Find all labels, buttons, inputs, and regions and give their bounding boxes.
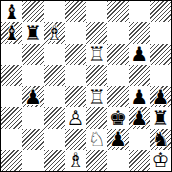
square-e1[interactable] [86,150,107,171]
piece-white-rook: ♜♖ [86,44,107,65]
square-c5[interactable] [44,65,65,86]
piece-black-rook: ♜♜ [150,107,171,128]
square-d6[interactable] [65,44,86,65]
square-b1[interactable] [22,150,43,171]
square-e8[interactable] [86,1,107,22]
piece-black-pawn: ♟♟ [129,86,150,107]
square-a5[interactable] [1,65,22,86]
square-d3[interactable]: ♟♙ [65,107,86,128]
piece-glyph: ♖ [88,87,106,107]
square-f1[interactable] [107,150,128,171]
square-f3[interactable]: ♚♚ [107,107,128,128]
square-f8[interactable] [107,1,128,22]
square-g7[interactable] [129,22,150,43]
piece-black-bishop: ♝♝ [1,1,22,22]
square-d4[interactable] [65,86,86,107]
square-h2[interactable]: ♞♞ [150,129,171,150]
square-g2[interactable] [129,129,150,150]
piece-white-rook: ♜♖ [86,86,107,107]
square-c8[interactable] [44,1,65,22]
square-c3[interactable] [44,107,65,128]
piece-white-bishop: ♝♗ [44,22,65,43]
square-a1[interactable] [1,150,22,171]
square-b4[interactable]: ♟♟ [22,86,43,107]
piece-glyph: ♔ [151,150,169,170]
square-f5[interactable] [107,65,128,86]
square-f6[interactable] [107,44,128,65]
piece-glyph: ♚ [109,108,127,128]
square-g3[interactable]: ♟♟ [129,107,150,128]
square-f7[interactable] [107,22,128,43]
piece-glyph: ♝ [3,2,21,22]
square-d8[interactable] [65,1,86,22]
piece-black-bishop: ♝♝ [1,22,22,43]
square-c1[interactable] [44,150,65,171]
piece-glyph: ♖ [88,44,106,64]
square-e4[interactable]: ♜♖ [86,86,107,107]
square-d1[interactable]: ♝♗ [65,150,86,171]
square-b3[interactable] [22,107,43,128]
piece-black-pawn: ♟♟ [129,44,150,65]
square-d2[interactable] [65,129,86,150]
square-b8[interactable] [22,1,43,22]
piece-glyph: ♟ [151,87,169,107]
square-g6[interactable]: ♟♟ [129,44,150,65]
piece-black-pawn: ♟♟ [129,107,150,128]
piece-white-knight: ♞♘ [86,129,107,150]
square-h7[interactable] [150,22,171,43]
chess-diagram: ♝♝♝♝♜♜♝♗♜♖♟♟♟♟♜♖♟♟♟♟♟♙♚♚♟♟♜♜♞♘♟♟♞♞♝♗♚♔ [0,0,172,172]
square-c2[interactable] [44,129,65,150]
square-e6[interactable]: ♜♖ [86,44,107,65]
square-g1[interactable] [129,150,150,171]
piece-glyph: ♟ [130,87,148,107]
square-c6[interactable] [44,44,65,65]
square-g4[interactable]: ♟♟ [129,86,150,107]
square-g5[interactable] [129,65,150,86]
square-c4[interactable] [44,86,65,107]
square-e3[interactable] [86,107,107,128]
square-h5[interactable] [150,65,171,86]
piece-glyph: ♜ [151,108,169,128]
square-h4[interactable]: ♟♟ [150,86,171,107]
piece-white-bishop: ♝♗ [65,150,86,171]
piece-black-king: ♚♚ [107,107,128,128]
chess-board: ♝♝♝♝♜♜♝♗♜♖♟♟♟♟♜♖♟♟♟♟♟♙♚♚♟♟♜♜♞♘♟♟♞♞♝♗♚♔ [0,0,172,172]
piece-glyph: ♗ [45,23,63,43]
square-h1[interactable]: ♚♔ [150,150,171,171]
square-h6[interactable] [150,44,171,65]
piece-glyph: ♜ [24,23,42,43]
square-b5[interactable] [22,65,43,86]
square-d5[interactable] [65,65,86,86]
piece-glyph: ♟ [130,44,148,64]
piece-glyph: ♟ [109,129,127,149]
square-b6[interactable] [22,44,43,65]
square-a2[interactable] [1,129,22,150]
square-a7[interactable]: ♝♝ [1,22,22,43]
square-g8[interactable] [129,1,150,22]
piece-black-pawn: ♟♟ [107,129,128,150]
piece-glyph: ♟ [130,108,148,128]
square-a8[interactable]: ♝♝ [1,1,22,22]
piece-black-pawn: ♟♟ [22,86,43,107]
piece-black-pawn: ♟♟ [150,86,171,107]
square-e2[interactable]: ♞♘ [86,129,107,150]
square-c7[interactable]: ♝♗ [44,22,65,43]
square-b7[interactable]: ♜♜ [22,22,43,43]
piece-white-pawn: ♟♙ [65,107,86,128]
square-b2[interactable] [22,129,43,150]
square-a4[interactable] [1,86,22,107]
square-d7[interactable] [65,22,86,43]
square-a6[interactable] [1,44,22,65]
square-f4[interactable] [107,86,128,107]
piece-glyph: ♙ [66,108,84,128]
piece-glyph: ♘ [88,129,106,149]
square-f2[interactable]: ♟♟ [107,129,128,150]
piece-white-king: ♚♔ [150,150,171,171]
piece-black-rook: ♜♜ [22,22,43,43]
piece-glyph: ♝ [3,23,21,43]
square-e5[interactable] [86,65,107,86]
square-a3[interactable] [1,107,22,128]
piece-glyph: ♗ [66,150,84,170]
square-h8[interactable] [150,1,171,22]
square-e7[interactable] [86,22,107,43]
piece-glyph: ♟ [24,87,42,107]
square-h3[interactable]: ♜♜ [150,107,171,128]
piece-glyph: ♞ [151,129,169,149]
piece-black-knight: ♞♞ [150,129,171,150]
